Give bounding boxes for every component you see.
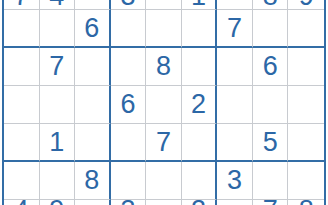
cell-r4c9[interactable] bbox=[288, 86, 324, 124]
cell-r7c9[interactable]: 8 bbox=[288, 200, 324, 205]
cell-r3c6[interactable] bbox=[182, 48, 218, 86]
sudoku-board: 743189677866217583493278 bbox=[2, 0, 326, 205]
cell-r5c8[interactable]: 5 bbox=[253, 124, 289, 162]
digit: 3 bbox=[120, 197, 135, 205]
cell-r1c5[interactable] bbox=[146, 0, 182, 10]
cell-r1c3[interactable] bbox=[75, 0, 111, 10]
cell-r1c2[interactable]: 4 bbox=[40, 0, 76, 10]
cell-r1c9[interactable]: 9 bbox=[288, 0, 324, 10]
cell-r7c8[interactable]: 7 bbox=[253, 200, 289, 205]
cell-r4c4[interactable]: 6 bbox=[111, 86, 147, 124]
cell-r7c2[interactable]: 9 bbox=[40, 200, 76, 205]
digit: 1 bbox=[49, 129, 64, 156]
cell-r5c2[interactable]: 1 bbox=[40, 124, 76, 162]
cell-r7c6[interactable]: 2 bbox=[182, 200, 218, 205]
digit: 4 bbox=[49, 0, 64, 10]
cell-r5c6[interactable] bbox=[182, 124, 218, 162]
digit: 7 bbox=[49, 53, 64, 80]
digit: 3 bbox=[227, 167, 242, 194]
sudoku-board-viewport: 743189677866217583493278 bbox=[0, 0, 328, 205]
cell-r5c3[interactable] bbox=[75, 124, 111, 162]
cell-r6c7[interactable]: 3 bbox=[217, 162, 253, 200]
cell-r6c5[interactable] bbox=[146, 162, 182, 200]
digit: 5 bbox=[263, 129, 278, 156]
digit: 7 bbox=[14, 0, 29, 10]
cell-r4c1[interactable] bbox=[4, 86, 40, 124]
digit: 9 bbox=[49, 197, 64, 205]
cell-r4c5[interactable] bbox=[146, 86, 182, 124]
cell-r2c9[interactable] bbox=[288, 10, 324, 48]
cell-r5c7[interactable] bbox=[217, 124, 253, 162]
digit: 8 bbox=[299, 197, 314, 205]
cell-r7c5[interactable] bbox=[146, 200, 182, 205]
cell-r3c1[interactable] bbox=[4, 48, 40, 86]
cell-r1c6[interactable]: 1 bbox=[182, 0, 218, 10]
digit: 6 bbox=[263, 53, 278, 80]
cell-r3c5[interactable]: 8 bbox=[146, 48, 182, 86]
cell-r7c3[interactable] bbox=[75, 200, 111, 205]
digit: 8 bbox=[263, 0, 278, 10]
cell-r4c8[interactable] bbox=[253, 86, 289, 124]
digit: 1 bbox=[191, 0, 206, 10]
cell-r3c7[interactable] bbox=[217, 48, 253, 86]
digit: 2 bbox=[191, 197, 206, 205]
cell-r3c8[interactable]: 6 bbox=[253, 48, 289, 86]
cell-r2c2[interactable] bbox=[40, 10, 76, 48]
digit: 2 bbox=[191, 91, 206, 118]
cell-r7c7[interactable] bbox=[217, 200, 253, 205]
cell-r3c4[interactable] bbox=[111, 48, 147, 86]
cell-r5c1[interactable] bbox=[4, 124, 40, 162]
cell-r2c4[interactable] bbox=[111, 10, 147, 48]
cell-r5c9[interactable] bbox=[288, 124, 324, 162]
digit: 7 bbox=[227, 15, 242, 42]
cell-r5c4[interactable] bbox=[111, 124, 147, 162]
cell-r1c8[interactable]: 8 bbox=[253, 0, 289, 10]
cell-r2c5[interactable] bbox=[146, 10, 182, 48]
digit: 9 bbox=[299, 0, 314, 10]
cell-r2c6[interactable] bbox=[182, 10, 218, 48]
cell-r2c3[interactable]: 6 bbox=[75, 10, 111, 48]
cell-r4c2[interactable] bbox=[40, 86, 76, 124]
digit: 6 bbox=[120, 91, 135, 118]
digit: 7 bbox=[156, 129, 171, 156]
digit: 6 bbox=[84, 15, 99, 42]
cell-r3c9[interactable] bbox=[288, 48, 324, 86]
cell-r1c1[interactable]: 7 bbox=[4, 0, 40, 10]
digit: 8 bbox=[156, 53, 171, 80]
cell-r3c2[interactable]: 7 bbox=[40, 48, 76, 86]
cell-r1c7[interactable] bbox=[217, 0, 253, 10]
cell-r4c3[interactable] bbox=[75, 86, 111, 124]
digit: 8 bbox=[84, 167, 99, 194]
cell-r4c7[interactable] bbox=[217, 86, 253, 124]
cell-r1c4[interactable]: 3 bbox=[111, 0, 147, 10]
cell-r2c1[interactable] bbox=[4, 10, 40, 48]
cell-r5c5[interactable]: 7 bbox=[146, 124, 182, 162]
digit: 7 bbox=[263, 197, 278, 205]
digit: 4 bbox=[14, 197, 29, 205]
cell-r6c3[interactable]: 8 bbox=[75, 162, 111, 200]
cell-r4c6[interactable]: 2 bbox=[182, 86, 218, 124]
digit: 3 bbox=[120, 0, 135, 10]
cell-r2c8[interactable] bbox=[253, 10, 289, 48]
cell-r7c4[interactable]: 3 bbox=[111, 200, 147, 205]
cell-r2c7[interactable]: 7 bbox=[217, 10, 253, 48]
cell-r7c1[interactable]: 4 bbox=[4, 200, 40, 205]
cell-r3c3[interactable] bbox=[75, 48, 111, 86]
